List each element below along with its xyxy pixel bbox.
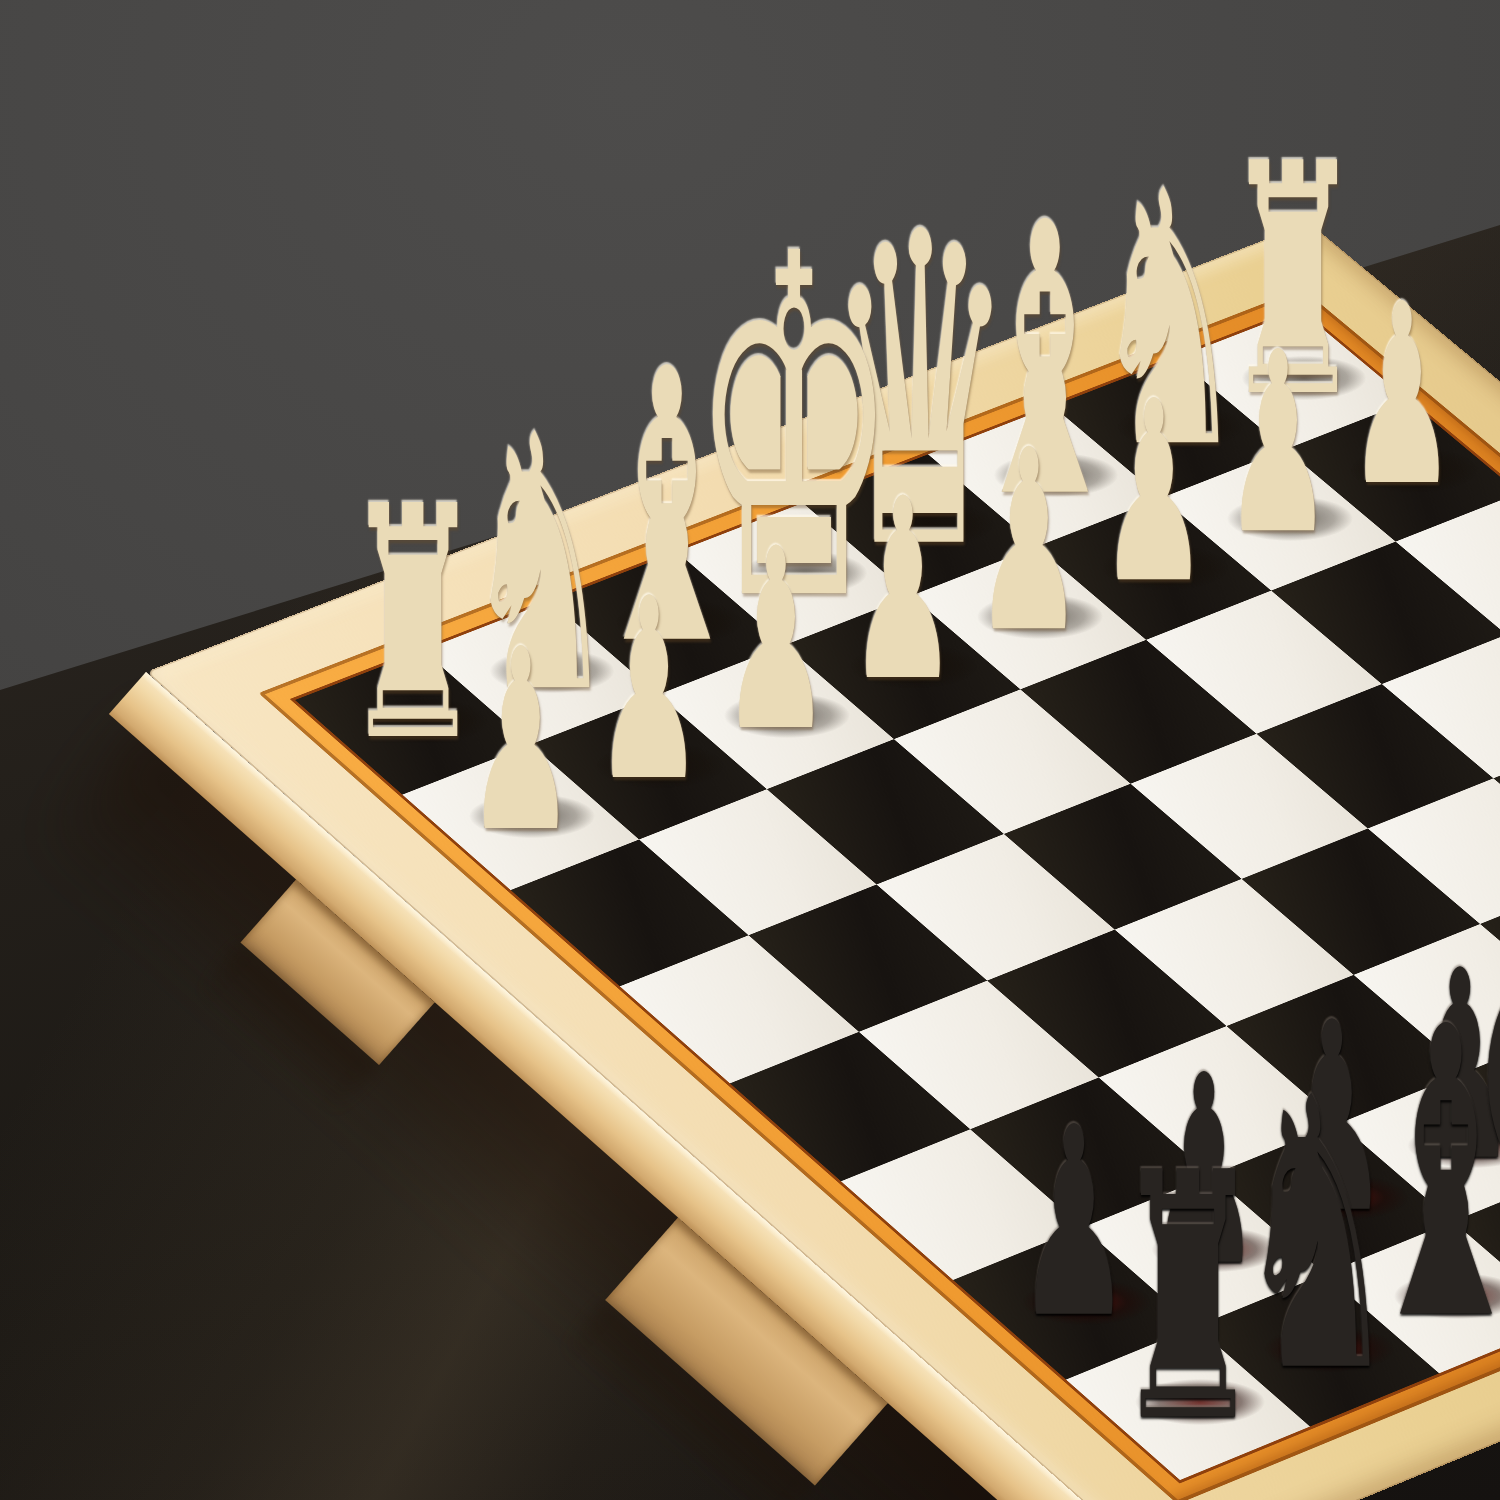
scene: ♜♞♝♛♚♝♞♜♟♟♟♟♟♟♟♟♟♟♟♟♟♚♝♞♜ (0, 0, 1500, 1500)
